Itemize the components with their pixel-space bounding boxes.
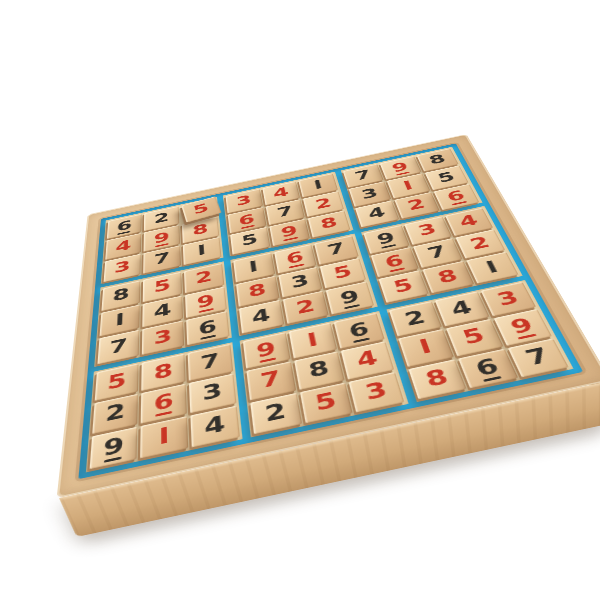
cell-r9c5: 5 <box>299 382 354 424</box>
digit-5: 5 <box>154 277 171 295</box>
digit-2: 2 <box>195 269 213 286</box>
digit-5: 5 <box>107 370 127 392</box>
digit-1: I <box>197 243 207 258</box>
tile-7-r9c9[interactable]: 7 <box>507 338 569 378</box>
box-3-3: 243I59867 <box>386 280 574 402</box>
cell-r7c6: 6 <box>333 313 385 349</box>
digit-5: 5 <box>241 232 259 248</box>
tile-2-r6c5[interactable]: 2 <box>282 291 329 324</box>
cell-r6c3: 6 <box>186 311 230 346</box>
digit-3: 3 <box>114 259 131 276</box>
tile-5-r7c1[interactable]: 5 <box>94 363 139 400</box>
digit-6: 6 <box>285 250 305 267</box>
tile-2-r9c4[interactable]: 2 <box>250 393 302 435</box>
tile-6-r8c2[interactable]: 6 <box>141 384 187 424</box>
tile-6-r9c8[interactable]: 6 <box>458 349 518 389</box>
digit-4: 4 <box>457 213 481 229</box>
tile-1-r9c2[interactable]: I <box>140 416 188 459</box>
digit-1: I <box>417 337 434 357</box>
digit-3: 3 <box>235 193 252 207</box>
digit-8: 8 <box>112 286 130 304</box>
digit-2: 2 <box>295 297 317 316</box>
tile-8-r8c5[interactable]: 8 <box>294 351 345 390</box>
digit-2: 2 <box>402 308 427 329</box>
box-3-2: 9I6784253 <box>240 311 408 437</box>
cell-r8c6: 4 <box>341 341 395 380</box>
digit-3: 3 <box>363 379 389 403</box>
cell-r7c3: 7 <box>187 344 233 382</box>
tile-7-r8c4[interactable]: 7 <box>246 361 295 400</box>
digit-7: 7 <box>276 204 294 219</box>
digit-9: 9 <box>103 434 125 460</box>
cell-r6c1: 7 <box>96 330 140 365</box>
digit-3: 3 <box>360 186 380 201</box>
digit-5: 5 <box>436 170 457 184</box>
digit-2: 2 <box>264 400 288 425</box>
tile-9-r8c9[interactable]: 9 <box>493 309 552 346</box>
digit-8: 8 <box>423 366 451 390</box>
digit-5: 5 <box>332 263 354 281</box>
digit-4: 4 <box>154 301 172 320</box>
cell-r9c7: 8 <box>408 359 468 401</box>
digit-6: 6 <box>383 253 406 271</box>
digit-7: 7 <box>523 345 553 368</box>
digit-3: 3 <box>202 381 223 404</box>
digit-8: 8 <box>192 222 209 237</box>
cell-r9c6: 3 <box>348 371 405 413</box>
digit-3: 3 <box>494 288 521 308</box>
tile-4-r7c8[interactable]: 4 <box>435 292 489 327</box>
cell-r6c8: 8 <box>422 261 475 294</box>
digit-4: 4 <box>272 186 290 200</box>
digit-1: I <box>248 259 259 275</box>
scene-3d: 62549837I34I6725987983I5426852I49736I678… <box>57 134 600 498</box>
digit-5: 5 <box>460 326 488 348</box>
digit-8: 8 <box>427 153 448 167</box>
digit-7: 7 <box>326 241 347 258</box>
digit-7: 7 <box>259 368 282 391</box>
cell-r9c4: 2 <box>249 392 302 435</box>
digit-5: 5 <box>192 201 211 216</box>
digit-9: 9 <box>154 230 170 245</box>
cell-r6c7: 5 <box>378 270 429 303</box>
digit-9: 9 <box>280 224 299 240</box>
tile-4-r6c4[interactable]: 4 <box>239 300 284 334</box>
sudoku-board: 62549837I34I6725987983I5426852I49736I678… <box>57 134 600 498</box>
tile-9-r7c4[interactable]: 9 <box>243 332 290 368</box>
digit-7: 7 <box>200 351 220 373</box>
tile-8-r6c8[interactable]: 8 <box>422 261 474 293</box>
cell-r8c7: I <box>398 329 455 368</box>
digit-4: 4 <box>448 298 474 318</box>
digit-7: 7 <box>154 251 171 267</box>
digit-7: 7 <box>109 336 128 356</box>
cell-r7c4: 9 <box>242 332 291 369</box>
digit-1: I <box>159 425 170 448</box>
digit-6: 6 <box>154 391 174 414</box>
digit-9: 9 <box>375 230 397 247</box>
tile-7-r7c3[interactable]: 7 <box>188 344 233 381</box>
digit-2: 2 <box>314 196 333 211</box>
tile-1-r8c7[interactable]: I <box>398 329 453 367</box>
cell-r7c1: 5 <box>94 363 140 401</box>
digit-9: 9 <box>508 316 537 338</box>
digit-2: 2 <box>105 401 126 425</box>
digit-9: 9 <box>196 292 215 311</box>
digit-2: 2 <box>406 197 428 212</box>
digit-3: 3 <box>290 272 311 290</box>
cell-r6c4: 4 <box>238 300 284 334</box>
tile-2-r7c7[interactable]: 2 <box>389 301 442 336</box>
digit-9: 9 <box>338 288 361 307</box>
tile-3-r7c9[interactable]: 3 <box>480 282 536 316</box>
cell-r9c8: 6 <box>457 348 519 389</box>
tile-5-r9c5[interactable]: 5 <box>299 382 353 423</box>
cell-r6c5: 2 <box>282 291 330 325</box>
tile-8-r7c2[interactable]: 8 <box>142 354 186 391</box>
cell-r9c2: I <box>140 415 189 459</box>
digit-4: 4 <box>355 348 380 370</box>
tile-7-r6c1[interactable]: 7 <box>97 330 140 365</box>
digit-9: 9 <box>390 160 410 174</box>
cell-r9c3: 4 <box>190 405 241 448</box>
digit-8: 8 <box>154 361 173 383</box>
tile-3-r9c6[interactable]: 3 <box>349 372 405 413</box>
tile-3-r8c3[interactable]: 3 <box>189 374 236 413</box>
digit-8: 8 <box>319 216 339 232</box>
digit-6: 6 <box>473 356 502 380</box>
digit-7: 7 <box>425 244 449 262</box>
digit-4: 4 <box>115 238 131 254</box>
digit-7: 7 <box>353 168 372 182</box>
tile-9-r6c6[interactable]: 9 <box>326 282 374 315</box>
digit-4: 4 <box>251 306 272 326</box>
digit-1: I <box>483 259 500 276</box>
digit-6: 6 <box>347 319 371 340</box>
cell-r8c9: 9 <box>493 308 553 346</box>
tile-4-r9c3[interactable]: 4 <box>190 405 239 447</box>
digit-2: 2 <box>154 211 170 226</box>
digit-9: 9 <box>255 339 277 360</box>
cell-r8c5: 8 <box>293 351 346 390</box>
digit-8: 8 <box>307 358 331 381</box>
cell-r7c2: 8 <box>141 353 186 391</box>
digit-1: I <box>305 330 319 349</box>
digit-1: I <box>115 311 125 328</box>
cell-r9c9: 7 <box>507 338 571 379</box>
cell-r7c7: 2 <box>389 301 443 337</box>
digit-5: 5 <box>391 276 415 295</box>
tile-8-r9c7[interactable]: 8 <box>409 359 467 400</box>
tile-4-r8c6[interactable]: 4 <box>341 341 394 379</box>
cell-r8c2: 6 <box>140 383 187 424</box>
tile-1-r7c5[interactable]: I <box>288 323 337 359</box>
digit-5: 5 <box>313 390 338 414</box>
digit-8: 8 <box>247 281 267 299</box>
cell-r6c9: I <box>465 252 519 285</box>
cell-r8c8: 5 <box>445 318 504 356</box>
cell-r9c1: 9 <box>88 426 138 470</box>
tile-9-r9c1[interactable]: 9 <box>89 426 138 469</box>
digit-6: 6 <box>238 212 256 227</box>
digit-1: I <box>401 179 414 192</box>
box-3-1: 5872639I4 <box>86 342 243 473</box>
cell-r7c8: 4 <box>434 291 490 327</box>
digit-4: 4 <box>204 413 226 438</box>
digit-8: 8 <box>435 267 460 286</box>
tile-6-r6c3[interactable]: 6 <box>186 311 229 345</box>
digit-6: 6 <box>445 189 467 204</box>
cell-r7c9: 3 <box>480 281 538 316</box>
digit-3: 3 <box>154 327 173 347</box>
digit-6: 6 <box>198 318 218 338</box>
tile-5-r8c8[interactable]: 5 <box>446 319 503 356</box>
tile-3-r6c2[interactable]: 3 <box>142 321 184 355</box>
digit-3: 3 <box>416 222 439 239</box>
digit-1: I <box>312 179 323 192</box>
digit-4: 4 <box>366 205 387 221</box>
cell-r6c2: 3 <box>142 320 185 355</box>
tile-2-r8c1[interactable]: 2 <box>92 394 139 434</box>
cell-r8c1: 2 <box>91 393 139 434</box>
cell-r8c3: 3 <box>188 373 236 413</box>
digit-2: 2 <box>468 235 493 252</box>
digit-6: 6 <box>116 219 132 234</box>
cell-r7c5: I <box>288 322 338 359</box>
tile-6-r7c6[interactable]: 6 <box>334 313 385 349</box>
product-photo-stage: 62549837I34I6725987983I5426852I49736I678… <box>0 0 600 600</box>
cell-r8c4: 7 <box>246 361 297 401</box>
cell-r6c6: 9 <box>326 281 375 315</box>
tile-5-r6c7[interactable]: 5 <box>379 270 429 302</box>
tile-1-r6c9[interactable]: I <box>466 252 519 284</box>
